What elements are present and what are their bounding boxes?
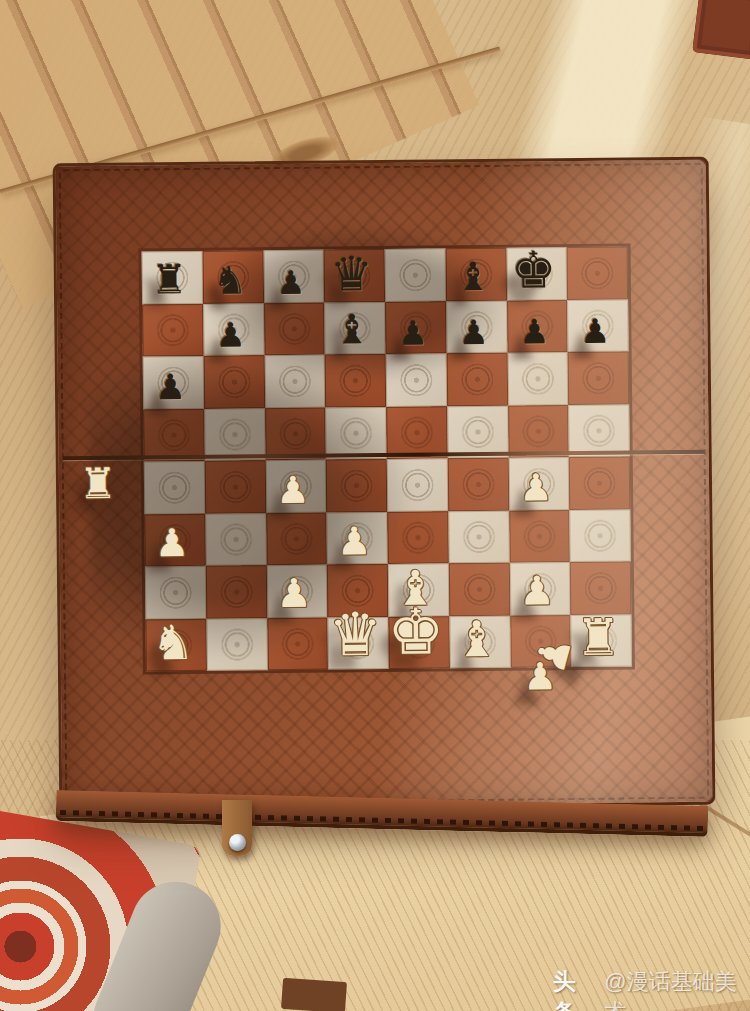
piece-black-bishop-f8: ♝ bbox=[455, 258, 490, 297]
off-board-piece-white-pawn: ♟ bbox=[523, 658, 557, 696]
rug-grey-band bbox=[80, 868, 235, 1011]
watermark: 头条 @漫话基础美术 bbox=[553, 966, 750, 1011]
off-board-piece-white-rook: ♜ bbox=[79, 463, 117, 505]
piece-black-pawn-a6: ♟ bbox=[155, 370, 186, 405]
piece-black-king-g8: ♚ bbox=[511, 245, 557, 296]
piece-white-pawn-g2: ♟ bbox=[519, 571, 555, 611]
piece-black-bishop-d7: ♝ bbox=[334, 310, 371, 351]
piece-black-pawn-g7: ♟ bbox=[519, 315, 549, 349]
piece-black-rook-a8: ♜ bbox=[151, 260, 187, 300]
piece-white-pawn-c2: ♟ bbox=[276, 574, 312, 614]
piece-white-king-e1: ♚ bbox=[387, 601, 444, 665]
piece-black-queen-d8: ♛ bbox=[330, 250, 373, 298]
leather-box-corner bbox=[692, 0, 750, 60]
rug-brown-strip bbox=[281, 978, 347, 1011]
piece-white-pawn-d3: ♟ bbox=[337, 522, 372, 561]
watermark-handle: @漫话基础美术 bbox=[604, 967, 750, 1011]
piece-black-pawn-f7: ♟ bbox=[458, 316, 488, 350]
piece-black-pawn-h7: ♟ bbox=[580, 314, 610, 348]
piece-white-rook-h1: ♜ bbox=[576, 612, 622, 663]
piece-black-pawn-c8: ♟ bbox=[276, 266, 305, 299]
piece-white-bishop-f1: ♝ bbox=[455, 615, 499, 664]
piece-white-pawn-g4: ♟ bbox=[519, 469, 553, 506]
piece-white-pawn-c4: ♟ bbox=[276, 471, 310, 508]
toutiao-logo-text: 头条 bbox=[553, 966, 598, 1011]
pieces-layer: ♜♞♟♛♝♚♟♝♟♟♟♟♟♟♟♟♟♟♝♟♞♛♚♝♟♜♜♟ bbox=[53, 157, 710, 806]
piece-black-pawn-e7: ♟ bbox=[398, 316, 428, 350]
piece-black-pawn-b7: ♟ bbox=[215, 318, 245, 352]
piece-white-queen-d1: ♛ bbox=[328, 605, 382, 665]
snap-button-icon bbox=[229, 834, 246, 851]
piece-black-knight-b8: ♞ bbox=[213, 261, 247, 299]
piece-white-knight-a1: ♞ bbox=[151, 619, 194, 667]
piece-white-pawn-a3: ♟ bbox=[155, 524, 190, 563]
ornamental-rug-corner bbox=[0, 801, 202, 1011]
